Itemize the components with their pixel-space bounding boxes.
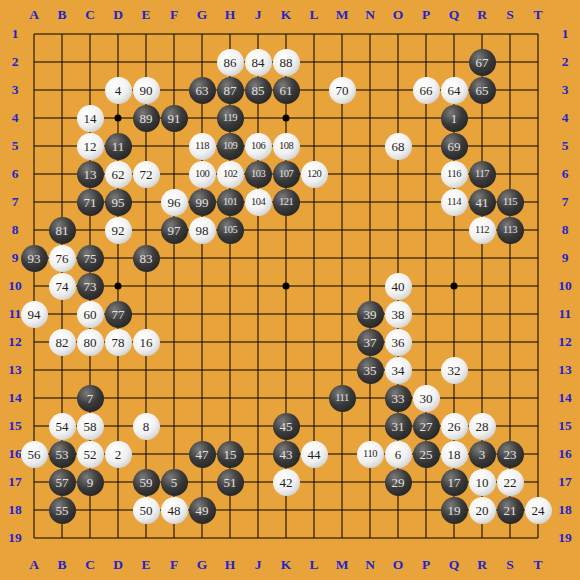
stone-white-44[interactable]: 44 [301,441,328,468]
row-label-right: 2 [562,55,569,69]
row-label-right: 7 [562,195,569,209]
stone-black-67[interactable]: 67 [469,49,496,76]
stone-black-85[interactable]: 85 [245,77,272,104]
stone-black-49[interactable]: 49 [189,497,216,524]
stone-black-63[interactable]: 63 [189,77,216,104]
stone-white-48[interactable]: 48 [161,497,188,524]
stone-black-61[interactable]: 61 [273,77,300,104]
column-label-bottom: O [393,558,404,572]
stone-black-21[interactable]: 21 [497,497,524,524]
hoshi-point [283,115,290,122]
stone-white-82[interactable]: 82 [49,329,76,356]
stone-black-45[interactable]: 45 [273,413,300,440]
stone-black-113[interactable]: 113 [497,217,524,244]
stone-black-53[interactable]: 53 [49,441,76,468]
stone-white-116[interactable]: 116 [441,161,468,188]
stone-black-29[interactable]: 29 [385,469,412,496]
row-label-left: 13 [8,363,22,377]
stone-black-103[interactable]: 103 [245,161,272,188]
row-label-left: 19 [8,531,22,545]
stone-white-60[interactable]: 60 [77,301,104,328]
hoshi-point [283,283,290,290]
stone-black-57[interactable]: 57 [49,469,76,496]
stone-black-23[interactable]: 23 [497,441,524,468]
stone-white-114[interactable]: 114 [441,189,468,216]
stone-black-83[interactable]: 83 [133,245,160,272]
row-label-left: 15 [8,419,22,433]
stone-black-91[interactable]: 91 [161,105,188,132]
row-label-right: 8 [562,223,569,237]
hoshi-point [451,283,458,290]
stone-black-19[interactable]: 19 [441,497,468,524]
stone-white-30[interactable]: 30 [413,385,440,412]
stone-black-89[interactable]: 89 [133,105,160,132]
row-label-right: 18 [558,503,572,517]
stone-white-80[interactable]: 80 [77,329,104,356]
row-label-right: 3 [562,83,569,97]
stone-white-68[interactable]: 68 [385,133,412,160]
row-label-right: 6 [562,167,569,181]
stone-white-2[interactable]: 2 [105,441,132,468]
hoshi-point [115,283,122,290]
stone-white-36[interactable]: 36 [385,329,412,356]
row-label-left: 14 [8,391,22,405]
stone-white-20[interactable]: 20 [469,497,496,524]
stone-white-42[interactable]: 42 [273,469,300,496]
row-label-right: 13 [558,363,572,377]
stone-black-43[interactable]: 43 [273,441,300,468]
column-label-bottom: S [506,558,514,572]
column-label-bottom: M [336,558,349,572]
stone-black-9[interactable]: 9 [77,469,104,496]
stone-white-64[interactable]: 64 [441,77,468,104]
stone-black-31[interactable]: 31 [385,413,412,440]
row-label-left: 1 [12,27,19,41]
stone-white-90[interactable]: 90 [133,77,160,104]
stone-white-86[interactable]: 86 [217,49,244,76]
column-label-bottom: J [255,558,262,572]
column-label-bottom: K [281,558,292,572]
column-label-bottom: C [85,558,95,572]
row-label-left: 7 [12,195,19,209]
stone-white-120[interactable]: 120 [301,161,328,188]
row-label-left: 3 [12,83,19,97]
stone-black-109[interactable]: 109 [217,133,244,160]
column-label-top: Q [449,8,460,22]
column-label-top: K [281,8,292,22]
stone-white-52[interactable]: 52 [77,441,104,468]
column-label-top: C [85,8,95,22]
stone-white-32[interactable]: 32 [441,357,468,384]
stone-white-54[interactable]: 54 [49,413,76,440]
stone-white-66[interactable]: 66 [413,77,440,104]
column-label-top: H [225,8,236,22]
column-label-bottom: N [365,558,375,572]
stone-white-72[interactable]: 72 [133,161,160,188]
stone-white-102[interactable]: 102 [217,161,244,188]
row-label-right: 11 [559,307,572,321]
stone-white-4[interactable]: 4 [105,77,132,104]
stone-black-27[interactable]: 27 [413,413,440,440]
hoshi-point [115,115,122,122]
column-label-bottom: L [309,558,318,572]
row-label-left: 10 [8,279,22,293]
row-label-left: 9 [12,251,19,265]
stone-black-93[interactable]: 93 [21,245,48,272]
stone-black-1[interactable]: 1 [441,105,468,132]
row-label-right: 14 [558,391,572,405]
stone-black-35[interactable]: 35 [357,357,384,384]
stone-black-121[interactable]: 121 [273,189,300,216]
row-label-right: 5 [562,139,569,153]
stone-black-15[interactable]: 15 [217,441,244,468]
stone-white-112[interactable]: 112 [469,217,496,244]
column-label-top: F [170,8,178,22]
stone-black-99[interactable]: 99 [189,189,216,216]
column-label-top: M [336,8,349,22]
column-label-bottom: F [170,558,178,572]
stone-white-94[interactable]: 94 [21,301,48,328]
column-label-top: P [422,8,430,22]
row-label-left: 2 [12,55,19,69]
stone-black-47[interactable]: 47 [189,441,216,468]
stone-black-11[interactable]: 11 [105,133,132,160]
stone-white-84[interactable]: 84 [245,49,272,76]
stone-black-41[interactable]: 41 [469,189,496,216]
stone-black-117[interactable]: 117 [469,161,496,188]
stone-white-12[interactable]: 12 [77,133,104,160]
stone-white-96[interactable]: 96 [161,189,188,216]
stone-white-10[interactable]: 10 [469,469,496,496]
row-label-left: 12 [8,335,22,349]
row-label-left: 18 [8,503,22,517]
stone-black-13[interactable]: 13 [77,161,104,188]
stone-white-118[interactable]: 118 [189,133,216,160]
stone-white-16[interactable]: 16 [133,329,160,356]
stone-black-73[interactable]: 73 [77,273,104,300]
row-label-left: 8 [12,223,19,237]
stone-white-108[interactable]: 108 [273,133,300,160]
row-label-left: 5 [12,139,19,153]
row-label-right: 15 [558,419,572,433]
column-label-top: S [506,8,514,22]
stone-black-111[interactable]: 111 [329,385,356,412]
stone-white-88[interactable]: 88 [273,49,300,76]
stone-black-3[interactable]: 3 [469,441,496,468]
stone-white-78[interactable]: 78 [105,329,132,356]
column-label-top: B [57,8,66,22]
stone-black-33[interactable]: 33 [385,385,412,412]
row-label-right: 17 [558,475,572,489]
column-label-bottom: A [29,558,39,572]
stone-white-58[interactable]: 58 [77,413,104,440]
row-label-left: 17 [8,475,22,489]
stone-white-110[interactable]: 110 [357,441,384,468]
stone-black-65[interactable]: 65 [469,77,496,104]
stone-black-107[interactable]: 107 [273,161,300,188]
stone-black-75[interactable]: 75 [77,245,104,272]
row-label-right: 9 [562,251,569,265]
stone-white-62[interactable]: 62 [105,161,132,188]
stone-black-105[interactable]: 105 [217,217,244,244]
stone-white-18[interactable]: 18 [441,441,468,468]
stone-white-6[interactable]: 6 [385,441,412,468]
stone-black-39[interactable]: 39 [357,301,384,328]
row-label-left: 16 [8,447,22,461]
stone-black-95[interactable]: 95 [105,189,132,216]
stone-black-55[interactable]: 55 [49,497,76,524]
stone-black-37[interactable]: 37 [357,329,384,356]
stone-black-115[interactable]: 115 [497,189,524,216]
stone-white-26[interactable]: 26 [441,413,468,440]
stone-black-7[interactable]: 7 [77,385,104,412]
row-label-right: 4 [562,111,569,125]
stone-white-106[interactable]: 106 [245,133,272,160]
stone-black-71[interactable]: 71 [77,189,104,216]
stone-white-100[interactable]: 100 [189,161,216,188]
row-label-right: 10 [558,279,572,293]
row-label-right: 19 [558,531,572,545]
column-label-top: G [197,8,208,22]
go-board[interactable]: AABBCCDDEEFFGGHHJJKKLLMMNNOOPPQQRRSSTT11… [0,0,580,580]
stone-white-22[interactable]: 22 [497,469,524,496]
stone-white-14[interactable]: 14 [77,105,104,132]
column-label-bottom: R [477,558,487,572]
row-label-left: 6 [12,167,19,181]
stone-black-69[interactable]: 69 [441,133,468,160]
column-label-top: E [141,8,150,22]
stone-black-101[interactable]: 101 [217,189,244,216]
column-label-bottom: B [57,558,66,572]
stone-black-77[interactable]: 77 [105,301,132,328]
column-label-bottom: Q [449,558,460,572]
stone-black-17[interactable]: 17 [441,469,468,496]
column-label-bottom: T [533,558,542,572]
stone-black-119[interactable]: 119 [217,105,244,132]
stone-white-70[interactable]: 70 [329,77,356,104]
stone-white-24[interactable]: 24 [525,497,552,524]
stone-white-50[interactable]: 50 [133,497,160,524]
column-label-top: J [255,8,262,22]
stone-black-87[interactable]: 87 [217,77,244,104]
stone-black-81[interactable]: 81 [49,217,76,244]
row-label-left: 11 [9,307,22,321]
row-label-left: 4 [12,111,19,125]
stone-black-51[interactable]: 51 [217,469,244,496]
column-label-top: N [365,8,375,22]
stone-white-76[interactable]: 76 [49,245,76,272]
stone-white-34[interactable]: 34 [385,357,412,384]
row-label-right: 16 [558,447,572,461]
row-label-right: 12 [558,335,572,349]
stone-white-40[interactable]: 40 [385,273,412,300]
column-label-bottom: H [225,558,236,572]
stone-white-98[interactable]: 98 [189,217,216,244]
column-label-bottom: P [422,558,430,572]
stone-white-74[interactable]: 74 [49,273,76,300]
stone-white-92[interactable]: 92 [105,217,132,244]
column-label-bottom: G [197,558,208,572]
stone-white-38[interactable]: 38 [385,301,412,328]
stone-black-5[interactable]: 5 [161,469,188,496]
stone-white-104[interactable]: 104 [245,189,272,216]
stone-white-8[interactable]: 8 [133,413,160,440]
column-label-top: A [29,8,39,22]
stone-black-25[interactable]: 25 [413,441,440,468]
column-label-top: L [309,8,318,22]
column-label-top: D [113,8,123,22]
row-label-right: 1 [562,27,569,41]
stone-white-28[interactable]: 28 [469,413,496,440]
stone-white-56[interactable]: 56 [21,441,48,468]
stone-black-97[interactable]: 97 [161,217,188,244]
column-label-bottom: D [113,558,123,572]
column-label-bottom: E [141,558,150,572]
column-label-top: T [533,8,542,22]
column-label-top: R [477,8,487,22]
column-label-top: O [393,8,404,22]
stone-black-59[interactable]: 59 [133,469,160,496]
